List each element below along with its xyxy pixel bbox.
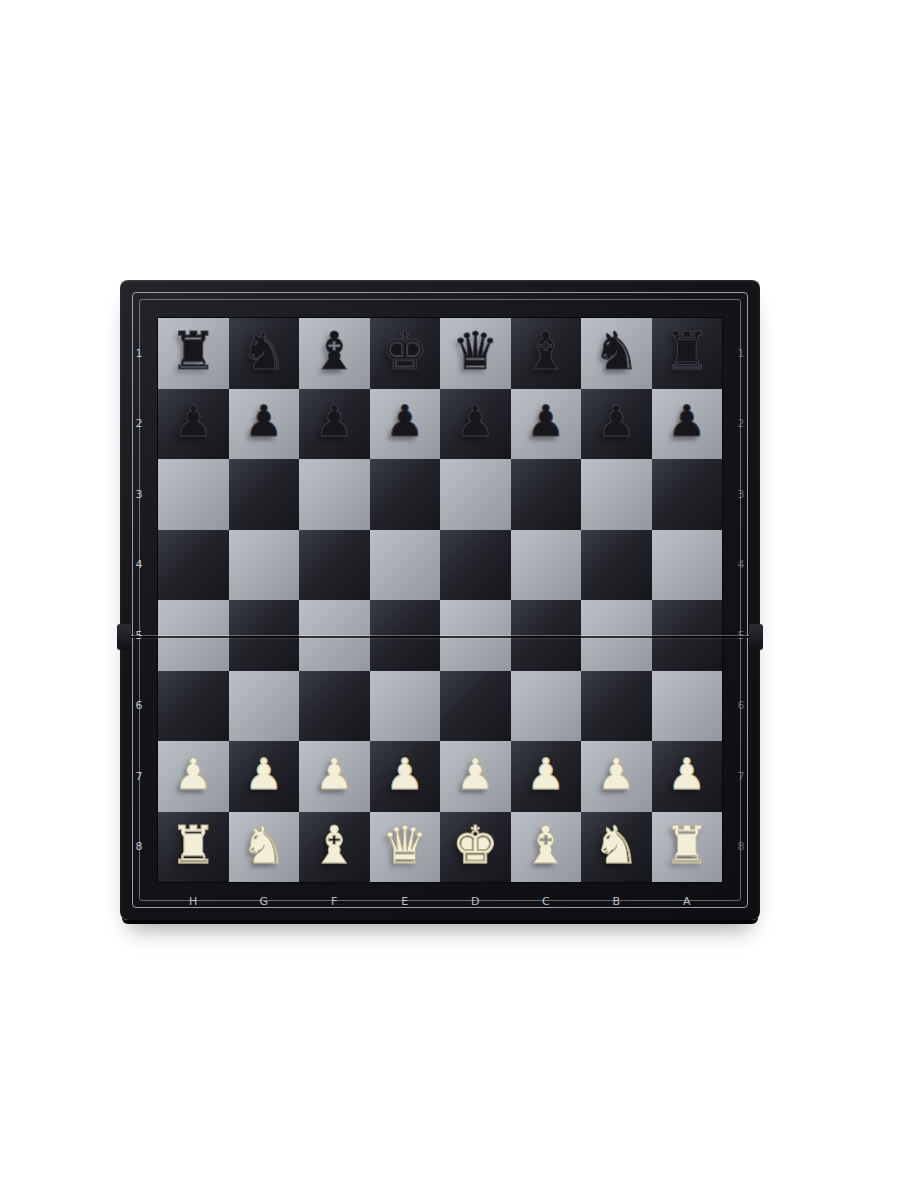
square-d7[interactable]: ♟	[440, 741, 511, 812]
rank-label-left-2: 2	[120, 389, 158, 460]
square-h6[interactable]	[158, 671, 229, 742]
white-pawn[interactable]: ♟	[174, 753, 213, 796]
square-d3[interactable]	[440, 459, 511, 530]
square-a6[interactable]	[652, 671, 723, 742]
black-rook[interactable]: ♜	[663, 325, 710, 377]
black-king[interactable]: ♚	[381, 325, 428, 377]
square-c1[interactable]: ♝	[511, 318, 582, 389]
rank-label-right-8: 8	[722, 812, 760, 883]
file-label-b: B	[581, 896, 652, 907]
square-d4[interactable]	[440, 530, 511, 601]
square-g7[interactable]: ♟	[229, 741, 300, 812]
black-pawn[interactable]: ♟	[667, 400, 706, 443]
square-f3[interactable]	[299, 459, 370, 530]
square-g3[interactable]	[229, 459, 300, 530]
square-g6[interactable]	[229, 671, 300, 742]
square-d5[interactable]	[440, 600, 511, 671]
square-b1[interactable]: ♞	[581, 318, 652, 389]
rank-label-left-8: 8	[120, 812, 158, 883]
file-label-f: F	[299, 896, 370, 907]
square-b8[interactable]: ♞	[581, 812, 652, 883]
rank-label-right-7: 7	[722, 741, 760, 812]
black-bishop[interactable]: ♝	[311, 325, 358, 377]
white-pawn[interactable]: ♟	[526, 753, 565, 796]
square-e2[interactable]: ♟	[370, 389, 441, 460]
rank-label-left-1: 1	[120, 318, 158, 389]
file-label-g: G	[229, 896, 300, 907]
square-h4[interactable]	[158, 530, 229, 601]
black-pawn[interactable]: ♟	[597, 400, 636, 443]
square-a4[interactable]	[652, 530, 723, 601]
white-bishop[interactable]: ♝	[311, 819, 358, 871]
square-f8[interactable]: ♝	[299, 812, 370, 883]
square-d8[interactable]: ♚	[440, 812, 511, 883]
file-label-e: E	[370, 896, 441, 907]
square-g2[interactable]: ♟	[229, 389, 300, 460]
white-pawn[interactable]: ♟	[244, 753, 283, 796]
square-c6[interactable]	[511, 671, 582, 742]
square-f2[interactable]: ♟	[299, 389, 370, 460]
square-f6[interactable]	[299, 671, 370, 742]
white-pawn[interactable]: ♟	[315, 753, 354, 796]
square-a1[interactable]: ♜	[652, 318, 723, 389]
square-g1[interactable]: ♞	[229, 318, 300, 389]
white-rook[interactable]: ♜	[170, 819, 217, 871]
square-b3[interactable]	[581, 459, 652, 530]
white-pawn[interactable]: ♟	[385, 753, 424, 796]
square-h7[interactable]: ♟	[158, 741, 229, 812]
square-b7[interactable]: ♟	[581, 741, 652, 812]
rank-label-right-3: 3	[722, 459, 760, 530]
square-h1[interactable]: ♜	[158, 318, 229, 389]
square-a2[interactable]: ♟	[652, 389, 723, 460]
square-c7[interactable]: ♟	[511, 741, 582, 812]
board-frame: ♜♞♝♚♛♝♞♜♟♟♟♟♟♟♟♟♟♟♟♟♟♟♟♟♜♞♝♛♚♝♞♜ HGFEDCB…	[120, 280, 760, 920]
rank-label-left-7: 7	[120, 741, 158, 812]
square-h5[interactable]	[158, 600, 229, 671]
square-b4[interactable]	[581, 530, 652, 601]
square-h2[interactable]: ♟	[158, 389, 229, 460]
square-d6[interactable]	[440, 671, 511, 742]
white-pawn[interactable]: ♟	[667, 753, 706, 796]
black-knight[interactable]: ♞	[593, 325, 640, 377]
square-c8[interactable]: ♝	[511, 812, 582, 883]
rank-label-right-2: 2	[722, 389, 760, 460]
rank-label-right-6: 6	[722, 671, 760, 742]
black-knight[interactable]: ♞	[240, 325, 287, 377]
black-pawn[interactable]: ♟	[456, 400, 495, 443]
chessboard: ♜♞♝♚♛♝♞♜♟♟♟♟♟♟♟♟♟♟♟♟♟♟♟♟♜♞♝♛♚♝♞♜	[158, 318, 722, 882]
square-b6[interactable]	[581, 671, 652, 742]
square-e1[interactable]: ♚	[370, 318, 441, 389]
square-e8[interactable]: ♛	[370, 812, 441, 883]
square-f5[interactable]	[299, 600, 370, 671]
black-bishop[interactable]: ♝	[522, 325, 569, 377]
white-pawn[interactable]: ♟	[597, 753, 636, 796]
file-label-d: D	[440, 896, 511, 907]
file-label-h: H	[158, 896, 229, 907]
square-f7[interactable]: ♟	[299, 741, 370, 812]
square-c5[interactable]	[511, 600, 582, 671]
hinge-right	[749, 624, 763, 650]
white-queen[interactable]: ♛	[381, 819, 428, 871]
square-g4[interactable]	[229, 530, 300, 601]
file-label-a: A	[652, 896, 723, 907]
white-pawn[interactable]: ♟	[456, 753, 495, 796]
square-b2[interactable]: ♟	[581, 389, 652, 460]
square-d1[interactable]: ♛	[440, 318, 511, 389]
square-e4[interactable]	[370, 530, 441, 601]
square-e6[interactable]	[370, 671, 441, 742]
rank-label-right-1: 1	[722, 318, 760, 389]
square-c2[interactable]: ♟	[511, 389, 582, 460]
file-label-c: C	[511, 896, 582, 907]
white-knight[interactable]: ♞	[240, 819, 287, 871]
black-rook[interactable]: ♜	[170, 325, 217, 377]
square-g5[interactable]	[229, 600, 300, 671]
square-f1[interactable]: ♝	[299, 318, 370, 389]
square-g8[interactable]: ♞	[229, 812, 300, 883]
square-d2[interactable]: ♟	[440, 389, 511, 460]
rank-label-left-3: 3	[120, 459, 158, 530]
square-f4[interactable]	[299, 530, 370, 601]
square-h8[interactable]: ♜	[158, 812, 229, 883]
square-e5[interactable]	[370, 600, 441, 671]
rank-label-left-6: 6	[120, 671, 158, 742]
rank-label-right-4: 4	[722, 530, 760, 601]
square-e3[interactable]	[370, 459, 441, 530]
white-rook[interactable]: ♜	[663, 819, 710, 871]
black-pawn[interactable]: ♟	[244, 400, 283, 443]
black-pawn[interactable]: ♟	[315, 400, 354, 443]
black-pawn[interactable]: ♟	[385, 400, 424, 443]
black-pawn[interactable]: ♟	[526, 400, 565, 443]
hinge-left	[117, 624, 131, 650]
white-king[interactable]: ♚	[452, 819, 499, 871]
square-a7[interactable]: ♟	[652, 741, 723, 812]
black-queen[interactable]: ♛	[452, 325, 499, 377]
black-pawn[interactable]: ♟	[174, 400, 213, 443]
product-photo-scene: ♜♞♝♚♛♝♞♜♟♟♟♟♟♟♟♟♟♟♟♟♟♟♟♟♜♞♝♛♚♝♞♜ HGFEDCB…	[0, 0, 900, 1200]
white-knight[interactable]: ♞	[593, 819, 640, 871]
square-h3[interactable]	[158, 459, 229, 530]
white-bishop[interactable]: ♝	[522, 819, 569, 871]
square-a8[interactable]: ♜	[652, 812, 723, 883]
square-e7[interactable]: ♟	[370, 741, 441, 812]
square-a3[interactable]	[652, 459, 723, 530]
square-c3[interactable]	[511, 459, 582, 530]
square-c4[interactable]	[511, 530, 582, 601]
rank-label-left-4: 4	[120, 530, 158, 601]
square-a5[interactable]	[652, 600, 723, 671]
square-b5[interactable]	[581, 600, 652, 671]
